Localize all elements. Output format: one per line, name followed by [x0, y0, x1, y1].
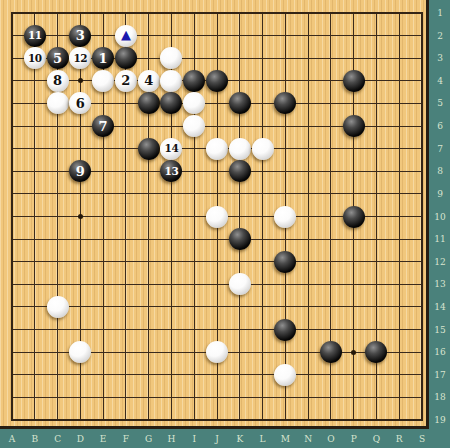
- row-label-10: 10: [434, 212, 445, 221]
- move-number: 2: [121, 74, 130, 87]
- col-label-E: E: [100, 435, 107, 444]
- stone-black-K8[interactable]: [229, 160, 251, 182]
- col-label-M: M: [281, 435, 290, 444]
- stone-black-O16[interactable]: [320, 341, 342, 363]
- row-label-19: 19: [434, 416, 445, 425]
- coordinate-strip-right: [429, 0, 450, 448]
- triangle-marker-icon: ▲: [121, 28, 131, 41]
- stone-black-P6[interactable]: [343, 115, 365, 137]
- row-label-3: 3: [437, 54, 443, 63]
- move-number: 10: [28, 53, 42, 64]
- row-label-8: 8: [437, 167, 443, 176]
- stone-black-F3[interactable]: [115, 47, 137, 69]
- move-number: 4: [144, 74, 153, 87]
- col-label-A: A: [9, 435, 16, 444]
- col-label-P: P: [351, 435, 357, 444]
- stone-white-E4[interactable]: [92, 70, 114, 92]
- move-number: 13: [165, 166, 179, 177]
- row-label-4: 4: [437, 76, 443, 85]
- col-label-N: N: [304, 435, 312, 444]
- row-label-11: 11: [434, 235, 445, 244]
- stone-black-K11[interactable]: [229, 228, 251, 250]
- col-label-O: O: [327, 435, 334, 444]
- stone-white-C5[interactable]: [47, 92, 69, 114]
- row-label-5: 5: [437, 99, 443, 108]
- col-label-L: L: [260, 435, 266, 444]
- col-label-R: R: [396, 435, 403, 444]
- col-label-G: G: [145, 435, 152, 444]
- col-label-C: C: [54, 435, 61, 444]
- row-label-14: 14: [434, 302, 445, 311]
- move-number: 14: [165, 143, 179, 154]
- stone-white-J10[interactable]: [206, 206, 228, 228]
- row-label-12: 12: [434, 257, 445, 266]
- stone-black-M15[interactable]: [274, 319, 296, 341]
- col-label-Q: Q: [373, 435, 380, 444]
- col-label-F: F: [123, 435, 129, 444]
- row-label-7: 7: [437, 144, 443, 153]
- col-label-H: H: [167, 435, 175, 444]
- move-number: 12: [73, 53, 87, 64]
- move-number: 1: [99, 52, 108, 65]
- stone-white-J7[interactable]: [206, 138, 228, 160]
- col-label-J: J: [215, 435, 219, 444]
- col-label-S: S: [419, 435, 425, 444]
- go-board[interactable]: 113▲1051218246714913 ABCDEFGHIJKLMNOPQRS…: [0, 0, 450, 448]
- stone-black-D2[interactable]: 3: [69, 25, 91, 47]
- row-label-16: 16: [434, 348, 445, 357]
- stone-white-C4[interactable]: 8: [47, 70, 69, 92]
- stone-black-M12[interactable]: [274, 251, 296, 273]
- move-number: 6: [76, 97, 85, 110]
- row-label-2: 2: [437, 31, 443, 40]
- move-number: 8: [53, 74, 62, 87]
- col-label-I: I: [192, 435, 196, 444]
- stone-white-L7[interactable]: [252, 138, 274, 160]
- col-label-K: K: [236, 435, 243, 444]
- coordinate-strip-bottom: [0, 429, 450, 448]
- stone-white-B3[interactable]: 10: [24, 47, 46, 69]
- col-label-B: B: [31, 435, 38, 444]
- stone-white-K7[interactable]: [229, 138, 251, 160]
- row-label-15: 15: [434, 325, 445, 334]
- move-number: 3: [76, 29, 85, 42]
- stone-white-M17[interactable]: [274, 364, 296, 386]
- stone-black-C3[interactable]: 5: [47, 47, 69, 69]
- col-label-D: D: [77, 435, 84, 444]
- stone-black-G7[interactable]: [138, 138, 160, 160]
- stone-white-C14[interactable]: [47, 296, 69, 318]
- stone-white-K13[interactable]: [229, 273, 251, 295]
- stone-black-G5[interactable]: [138, 92, 160, 114]
- stone-black-P4[interactable]: [343, 70, 365, 92]
- star-point-D10: [78, 214, 83, 219]
- stone-white-G4[interactable]: 4: [138, 70, 160, 92]
- star-point-P16: [351, 350, 356, 355]
- move-number: 9: [76, 165, 85, 178]
- move-number: 11: [28, 30, 42, 41]
- row-label-18: 18: [434, 393, 445, 402]
- row-label-13: 13: [434, 280, 445, 289]
- stone-white-M10[interactable]: [274, 206, 296, 228]
- stone-white-F2[interactable]: ▲: [115, 25, 137, 47]
- row-label-17: 17: [434, 370, 445, 379]
- stone-white-H7[interactable]: 14: [160, 138, 182, 160]
- stone-black-J4[interactable]: [206, 70, 228, 92]
- row-label-9: 9: [437, 189, 443, 198]
- stone-black-B2[interactable]: 11: [24, 25, 46, 47]
- move-number: 7: [99, 120, 108, 133]
- stone-black-I4[interactable]: [183, 70, 205, 92]
- move-number: 5: [53, 52, 62, 65]
- row-label-6: 6: [437, 122, 443, 131]
- stone-black-P10[interactable]: [343, 206, 365, 228]
- row-label-1: 1: [437, 9, 443, 18]
- stone-white-F4[interactable]: 2: [115, 70, 137, 92]
